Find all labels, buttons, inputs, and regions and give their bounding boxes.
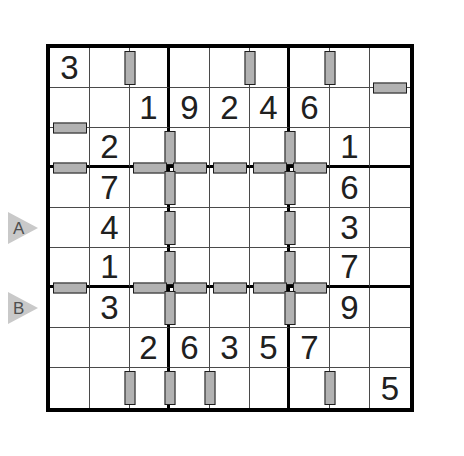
cell-r7c7[interactable] <box>290 288 330 328</box>
cell-r5c1[interactable] <box>50 208 90 248</box>
cell-r4c4[interactable] <box>170 168 210 208</box>
cell-r9c9[interactable]: 5 <box>370 368 410 408</box>
given-digit: 6 <box>300 91 318 124</box>
given-digit: 3 <box>340 211 358 244</box>
cell-r8c6[interactable]: 5 <box>250 328 290 368</box>
given-digit: 9 <box>180 91 198 124</box>
given-digit: 3 <box>100 291 118 324</box>
cell-r2c2[interactable] <box>90 88 130 128</box>
cell-r8c3[interactable]: 2 <box>130 328 170 368</box>
cell-r3c5[interactable] <box>210 128 250 168</box>
cell-r6c4[interactable] <box>170 248 210 288</box>
given-digit: 4 <box>100 211 118 244</box>
cell-r2c1[interactable] <box>50 88 90 128</box>
row-marker-B: B <box>8 292 38 324</box>
cell-r8c9[interactable] <box>370 328 410 368</box>
cell-r4c2[interactable]: 7 <box>90 168 130 208</box>
given-digit: 1 <box>139 91 157 124</box>
cell-r6c8[interactable]: 7 <box>330 248 370 288</box>
cell-r6c5[interactable] <box>210 248 250 288</box>
given-digit: 1 <box>100 250 118 283</box>
cell-r4c7[interactable] <box>290 168 330 208</box>
cell-r4c1[interactable] <box>50 168 90 208</box>
cell-r1c2[interactable] <box>90 48 130 88</box>
cell-r7c9[interactable] <box>370 288 410 328</box>
cell-r5c6[interactable] <box>250 208 290 248</box>
cell-r1c8[interactable] <box>330 48 370 88</box>
cell-r4c6[interactable] <box>250 168 290 208</box>
cell-r2c5[interactable]: 2 <box>210 88 250 128</box>
given-digit: 2 <box>220 91 238 124</box>
given-digit: 3 <box>60 51 78 84</box>
cell-r1c6[interactable] <box>250 48 290 88</box>
cell-r1c3[interactable] <box>130 48 170 88</box>
cell-r5c3[interactable] <box>130 208 170 248</box>
given-digit: 5 <box>381 372 399 405</box>
cell-r9c3[interactable] <box>130 368 170 408</box>
sudoku-board: 3192462176431739263575 <box>46 44 414 412</box>
cell-r6c7[interactable] <box>290 248 330 288</box>
row-marker-letter: B <box>13 300 24 317</box>
cell-r2c6[interactable]: 4 <box>250 88 290 128</box>
row-marker-letter: A <box>13 220 24 237</box>
cell-r9c1[interactable] <box>50 368 90 408</box>
cell-r9c4[interactable] <box>170 368 210 408</box>
cell-r2c8[interactable] <box>330 88 370 128</box>
cell-r1c5[interactable] <box>210 48 250 88</box>
cell-r5c4[interactable] <box>170 208 210 248</box>
cell-r5c9[interactable] <box>370 208 410 248</box>
given-digit: 4 <box>259 91 277 124</box>
cell-r9c2[interactable] <box>90 368 130 408</box>
given-digit: 6 <box>180 331 198 364</box>
cell-r7c2[interactable]: 3 <box>90 288 130 328</box>
cell-r1c1[interactable]: 3 <box>50 48 90 88</box>
given-digit: 3 <box>220 331 238 364</box>
puzzle-canvas: 3192462176431739263575 A B <box>0 0 464 456</box>
cell-r3c9[interactable] <box>370 128 410 168</box>
given-digit: 1 <box>340 130 358 163</box>
given-digit: 2 <box>100 130 118 163</box>
cell-r5c5[interactable] <box>210 208 250 248</box>
cell-r8c8[interactable] <box>330 328 370 368</box>
cell-r6c2[interactable]: 1 <box>90 248 130 288</box>
row-marker-A: A <box>8 212 38 244</box>
cell-r6c6[interactable] <box>250 248 290 288</box>
cell-r4c5[interactable] <box>210 168 250 208</box>
cell-r4c3[interactable] <box>130 168 170 208</box>
cell-r1c7[interactable] <box>290 48 330 88</box>
cell-r8c5[interactable]: 3 <box>210 328 250 368</box>
cell-r3c7[interactable] <box>290 128 330 168</box>
cell-r2c3[interactable]: 1 <box>130 88 170 128</box>
cell-r2c7[interactable]: 6 <box>290 88 330 128</box>
cell-r5c2[interactable]: 4 <box>90 208 130 248</box>
given-digit: 9 <box>340 291 358 324</box>
cell-r6c9[interactable] <box>370 248 410 288</box>
given-digit: 7 <box>300 331 318 364</box>
cell-r6c1[interactable] <box>50 248 90 288</box>
cell-r7c3[interactable] <box>130 288 170 328</box>
given-digit: 6 <box>340 171 358 204</box>
cell-r7c6[interactable] <box>250 288 290 328</box>
cell-r5c8[interactable]: 3 <box>330 208 370 248</box>
cell-r2c4[interactable]: 9 <box>170 88 210 128</box>
cell-r9c6[interactable] <box>250 368 290 408</box>
cell-r1c9[interactable] <box>370 48 410 88</box>
cell-r3c3[interactable] <box>130 128 170 168</box>
cell-r5c7[interactable] <box>290 208 330 248</box>
cell-r1c4[interactable] <box>170 48 210 88</box>
cell-r2c9[interactable] <box>370 88 410 128</box>
cell-r7c4[interactable] <box>170 288 210 328</box>
cell-r8c4[interactable]: 6 <box>170 328 210 368</box>
cell-r9c5[interactable] <box>210 368 250 408</box>
given-digit: 7 <box>340 250 358 283</box>
cell-r4c8[interactable]: 6 <box>330 168 370 208</box>
cell-r7c8[interactable]: 9 <box>330 288 370 328</box>
cell-r8c7[interactable]: 7 <box>290 328 330 368</box>
cell-r8c2[interactable] <box>90 328 130 368</box>
cell-r7c5[interactable] <box>210 288 250 328</box>
cell-r3c4[interactable] <box>170 128 210 168</box>
cell-r6c3[interactable] <box>130 248 170 288</box>
given-digit: 7 <box>100 171 118 204</box>
cell-r7c1[interactable] <box>50 288 90 328</box>
given-digit: 5 <box>259 331 277 364</box>
cell-r3c2[interactable]: 2 <box>90 128 130 168</box>
cell-r4c9[interactable] <box>370 168 410 208</box>
cell-r3c6[interactable] <box>250 128 290 168</box>
cell-r3c8[interactable]: 1 <box>330 128 370 168</box>
cell-r8c1[interactable] <box>50 328 90 368</box>
given-digit: 2 <box>139 331 157 364</box>
cell-r9c8[interactable] <box>330 368 370 408</box>
cell-r9c7[interactable] <box>290 368 330 408</box>
cell-r3c1[interactable] <box>50 128 90 168</box>
